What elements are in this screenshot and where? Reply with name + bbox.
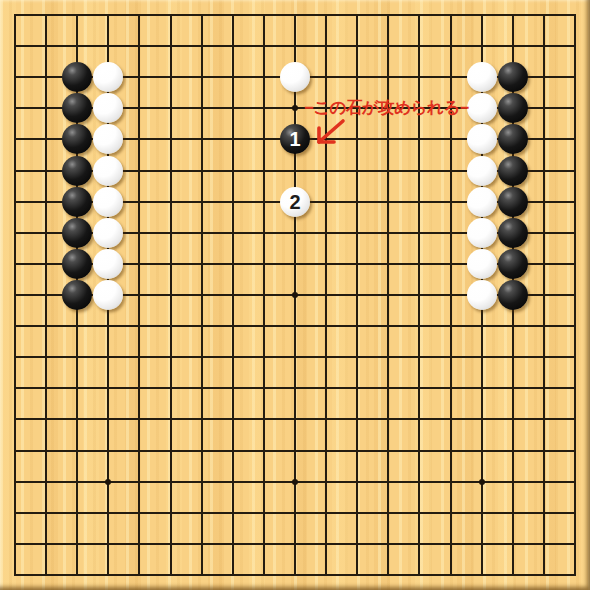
star-point — [105, 479, 111, 485]
stone-black — [62, 93, 92, 123]
stone-black — [498, 93, 528, 123]
go-diagram: 12 −この石が攻められる− — [0, 0, 590, 590]
stone-white — [280, 62, 310, 92]
star-point — [292, 292, 298, 298]
star-point — [292, 479, 298, 485]
stone-black — [498, 218, 528, 248]
stone-black — [62, 218, 92, 248]
stone-white — [467, 280, 497, 310]
stone-white — [93, 187, 123, 217]
stone-white — [467, 124, 497, 154]
stone-black — [498, 280, 528, 310]
stone-white — [93, 93, 123, 123]
stone-white — [467, 249, 497, 279]
stone-white — [467, 218, 497, 248]
board-grid: 12 — [0, 0, 590, 590]
stone-white — [93, 280, 123, 310]
stone-black — [498, 187, 528, 217]
stone-white — [467, 93, 497, 123]
move-number: 1 — [289, 129, 300, 149]
star-point — [292, 105, 298, 111]
stone-black — [498, 124, 528, 154]
stone-white-move-2: 2 — [280, 187, 310, 217]
stone-white — [467, 62, 497, 92]
stone-white — [93, 124, 123, 154]
stone-white — [93, 218, 123, 248]
stone-black — [498, 62, 528, 92]
stone-black — [62, 187, 92, 217]
move-number: 2 — [289, 192, 300, 212]
stone-black — [62, 156, 92, 186]
stone-black — [62, 124, 92, 154]
arrow-icon — [306, 114, 350, 148]
stone-black — [62, 280, 92, 310]
stone-white — [93, 62, 123, 92]
stone-white — [93, 156, 123, 186]
star-point — [479, 479, 485, 485]
stone-white — [93, 249, 123, 279]
stone-white — [467, 156, 497, 186]
stone-black — [498, 249, 528, 279]
stone-black — [62, 249, 92, 279]
stone-white — [467, 187, 497, 217]
stone-black — [62, 62, 92, 92]
goban-board: 12 −この石が攻められる− — [0, 0, 590, 590]
stone-black — [498, 156, 528, 186]
